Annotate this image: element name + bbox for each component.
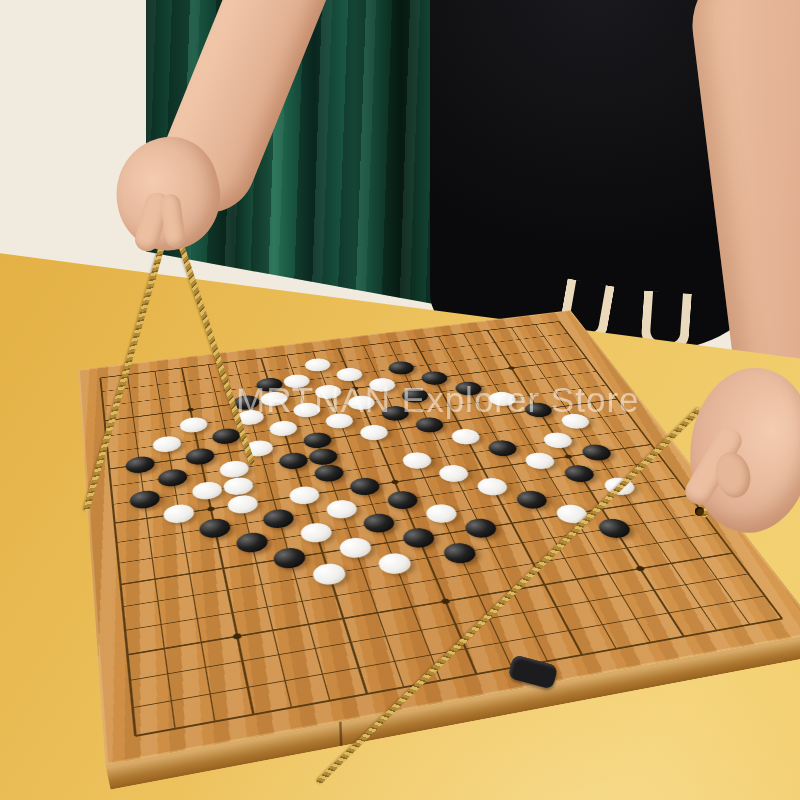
grid-line bbox=[118, 477, 676, 563]
scene: MRTNAN Explorer Store bbox=[0, 0, 800, 800]
black-stone[interactable] bbox=[348, 476, 383, 497]
white-stone[interactable] bbox=[191, 480, 224, 501]
star-point bbox=[508, 366, 516, 370]
white-stone[interactable] bbox=[436, 463, 472, 483]
black-stone[interactable] bbox=[210, 427, 241, 446]
black-stone[interactable] bbox=[277, 451, 310, 471]
black-stone[interactable] bbox=[485, 439, 520, 458]
black-stone[interactable] bbox=[594, 517, 634, 540]
white-stone[interactable] bbox=[303, 357, 332, 372]
black-stone[interactable] bbox=[261, 507, 296, 529]
black-stone[interactable] bbox=[400, 526, 438, 549]
black-stone[interactable] bbox=[301, 431, 333, 450]
star-point bbox=[635, 566, 645, 572]
star-point bbox=[233, 633, 242, 640]
white-stone[interactable] bbox=[287, 485, 321, 506]
white-stone[interactable] bbox=[540, 431, 576, 450]
black-stone[interactable] bbox=[124, 455, 155, 475]
grid-line bbox=[121, 495, 690, 585]
black-stone[interactable] bbox=[561, 463, 598, 483]
white-stone[interactable] bbox=[222, 476, 255, 497]
white-stone[interactable] bbox=[298, 521, 334, 544]
white-stone[interactable] bbox=[163, 503, 196, 525]
black-stone[interactable] bbox=[198, 517, 232, 540]
white-stone[interactable] bbox=[268, 420, 300, 438]
black-stone[interactable] bbox=[462, 517, 500, 540]
watermark: MRTNAN Explorer Store bbox=[236, 380, 640, 420]
white-stone[interactable] bbox=[400, 451, 435, 471]
grid-line bbox=[125, 533, 718, 631]
black-stone[interactable] bbox=[385, 489, 421, 511]
white-stone[interactable] bbox=[218, 459, 250, 479]
black-stone[interactable] bbox=[578, 443, 615, 462]
white-stone[interactable] bbox=[423, 503, 460, 525]
black-stone[interactable] bbox=[184, 447, 215, 466]
white-stone[interactable] bbox=[179, 416, 209, 434]
white-stone[interactable] bbox=[310, 561, 348, 586]
white-stone[interactable] bbox=[522, 451, 558, 471]
black-stone[interactable] bbox=[386, 360, 417, 376]
black-stone[interactable] bbox=[234, 531, 269, 555]
white-stone[interactable] bbox=[449, 427, 483, 446]
board-fold-seam bbox=[339, 721, 342, 746]
grid-line bbox=[127, 553, 733, 656]
black-stone[interactable] bbox=[129, 489, 161, 511]
white-stone[interactable] bbox=[324, 498, 359, 520]
white-stone[interactable] bbox=[226, 494, 260, 516]
black-stone[interactable] bbox=[306, 447, 339, 466]
black-stone[interactable] bbox=[272, 546, 309, 570]
star-point bbox=[187, 408, 194, 412]
white-stone[interactable] bbox=[336, 536, 373, 560]
white-stone[interactable] bbox=[376, 551, 414, 576]
white-stone[interactable] bbox=[152, 435, 183, 454]
black-stone[interactable] bbox=[157, 467, 189, 487]
black-stone[interactable] bbox=[513, 489, 551, 511]
white-stone[interactable] bbox=[474, 476, 511, 497]
black-stone[interactable] bbox=[312, 463, 346, 483]
star-point bbox=[441, 598, 451, 604]
rope-hole bbox=[695, 507, 704, 516]
black-stone[interactable] bbox=[361, 512, 398, 535]
white-stone[interactable] bbox=[358, 423, 391, 441]
black-stone[interactable] bbox=[440, 541, 479, 565]
star-point bbox=[391, 480, 399, 485]
grid-line bbox=[123, 513, 704, 607]
star-point bbox=[207, 506, 215, 511]
